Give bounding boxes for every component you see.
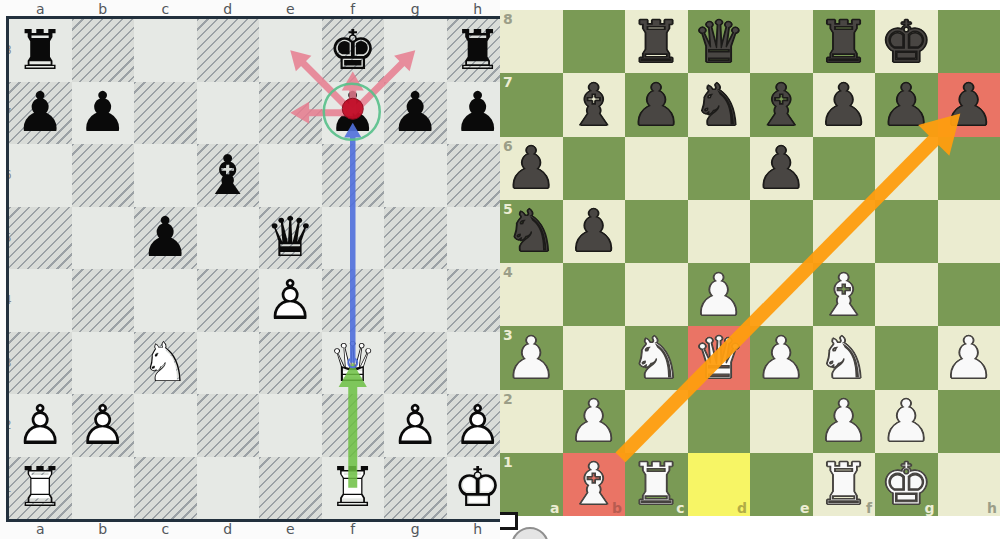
square-f4[interactable] [322,269,385,332]
piece-white-pawn[interactable]: ♟♙ [259,269,322,332]
square-b2[interactable]: ♟ [563,390,626,453]
piece-black-bishop[interactable]: ♝ [197,144,260,207]
piece-white-pawn[interactable]: ♟ [750,326,813,389]
square-h7[interactable]: ♟ [447,82,501,145]
square-f8[interactable]: ♚ [322,19,385,82]
square-f2[interactable]: ♟ [813,390,876,453]
rank-label-3: 3 [9,332,14,395]
square-d3[interactable] [197,332,260,395]
square-a4[interactable]: 4 [500,263,563,326]
square-a1[interactable]: 1a [500,453,563,516]
square-c2[interactable] [134,394,197,457]
piece-white-queen[interactable]: ♛ [688,326,751,389]
piece-white-pawn[interactable]: ♟♙ [72,394,135,457]
square-h5[interactable] [447,207,501,270]
square-b8[interactable] [72,19,135,82]
piece-black-pawn[interactable]: ♟ [9,82,72,145]
square-f4[interactable]: ♝ [813,263,876,326]
square-g3[interactable] [384,332,447,395]
square-c1[interactable]: c♜ [625,453,688,516]
square-g4[interactable] [384,269,447,332]
piece-white-pawn[interactable]: ♟♙ [384,394,447,457]
square-d3[interactable]: ♛ [688,326,751,389]
piece-white-rook[interactable]: ♜ [625,453,688,516]
rank-coordinate-1: 1 [503,454,513,470]
square-b7[interactable]: ♝ [563,73,626,136]
piece-black-rook[interactable]: ♜ [813,10,876,73]
piece-white-bishop[interactable]: ♝ [563,453,626,516]
square-h4[interactable] [938,263,1000,326]
file-label-c: c [134,521,197,538]
square-e6[interactable]: ♟ [750,137,813,200]
square-a6[interactable] [9,144,72,207]
piece-black-pawn[interactable]: ♟ [563,200,626,263]
square-f6[interactable] [322,144,385,207]
square-c2[interactable] [625,390,688,453]
rank-coordinate-4: 4 [503,264,513,280]
piece-white-rook[interactable]: ♜♖ [9,457,72,520]
piece-white-king[interactable]: ♚ [875,453,938,516]
square-c4[interactable] [625,263,688,326]
square-g7[interactable]: ♟ [384,82,447,145]
square-e5[interactable] [750,200,813,263]
rank-label-4: 4 [9,269,14,332]
square-a3[interactable] [9,332,72,395]
square-a8[interactable]: 8 [500,10,563,73]
square-f3[interactable]: ♛♕ [322,332,385,395]
square-d8[interactable]: ♛ [688,10,751,73]
piece-white-pawn[interactable]: ♟ [688,263,751,326]
square-e4[interactable]: ♟♙ [259,269,322,332]
piece-black-pawn[interactable]: ♟ [500,137,563,200]
piece-white-pawn[interactable]: ♟♙ [447,394,501,457]
square-f5[interactable] [813,200,876,263]
square-a2[interactable]: 2 [500,390,563,453]
square-h4[interactable] [447,269,501,332]
piece-white-knight[interactable]: ♞ [625,326,688,389]
square-h6[interactable] [938,137,1000,200]
square-e2[interactable] [259,394,322,457]
piece-black-bishop[interactable]: ♝ [563,73,626,136]
piece-black-pawn[interactable]: ♟ [322,82,385,145]
square-c5[interactable]: ♟ [134,207,197,270]
piece-black-rook[interactable]: ♜ [9,19,72,82]
square-a8[interactable]: ♜ [9,19,72,82]
square-c7[interactable] [134,82,197,145]
square-e5[interactable]: ♛ [259,207,322,270]
right-board-grid: 8♜♛♜♚7♝♟♞♝♟♟♟6♟♟5♞♟4♟♝3♟♞♛♟♞♟2♟♟♟1ab♝c♜d… [500,10,1000,516]
square-b4[interactable] [72,269,135,332]
square-h7[interactable]: ♟ [938,73,1000,136]
square-f5[interactable] [322,207,385,270]
rank-coordinate-8: 8 [503,11,513,27]
square-g1[interactable]: g♚ [875,453,938,516]
rank-coordinate-7: 7 [503,74,513,90]
left-board-file-labels-bottom: abcdefgh [9,521,500,538]
square-g5[interactable] [875,200,938,263]
piece-white-queen[interactable]: ♛♕ [322,332,385,395]
square-c3[interactable]: ♞ [625,326,688,389]
square-d6[interactable]: ♝ [197,144,260,207]
square-a7[interactable]: ♟ [9,82,72,145]
square-b3[interactable] [563,326,626,389]
piece-black-pawn[interactable]: ♟ [750,137,813,200]
square-c4[interactable] [134,269,197,332]
square-d4[interactable]: ♟ [688,263,751,326]
square-d2[interactable] [197,394,260,457]
square-h8[interactable] [938,10,1000,73]
piece-white-pawn[interactable]: ♟ [813,390,876,453]
square-b3[interactable] [72,332,135,395]
right-bottom-margin [500,516,1000,539]
piece-white-rook[interactable]: ♜ [813,453,876,516]
square-e7[interactable] [259,82,322,145]
square-d4[interactable] [197,269,260,332]
piece-black-pawn[interactable]: ♟ [938,73,1000,136]
square-h3[interactable] [447,332,501,395]
square-f8[interactable]: ♜ [813,10,876,73]
piece-white-pawn[interactable]: ♟ [875,390,938,453]
square-e6[interactable] [259,144,322,207]
square-c5[interactable] [625,200,688,263]
square-d5[interactable] [197,207,260,270]
piece-white-knight[interactable]: ♞♘ [134,332,197,395]
piece-white-rook[interactable]: ♜♖ [322,457,385,520]
piece-black-pawn[interactable]: ♟ [134,207,197,270]
square-g8[interactable]: ♚ [875,10,938,73]
left-diagram-panel: abcdefgh ♜♚♜♟♟♟♟♟♝♟♛♟♙♞♘♛♕♟♙♟♙♟♙♟♙♜♖♜♖♚♔… [0,0,500,539]
ui-fragment-bracket [500,512,518,530]
piece-black-knight[interactable]: ♞ [688,73,751,136]
square-a7[interactable]: 7 [500,73,563,136]
piece-black-queen[interactable]: ♛ [688,10,751,73]
square-g7[interactable]: ♟ [875,73,938,136]
file-label-a: a [9,521,72,538]
piece-white-pawn[interactable]: ♟ [500,326,563,389]
square-f3[interactable]: ♞ [813,326,876,389]
piece-black-king[interactable]: ♚ [875,10,938,73]
square-d1[interactable]: d [688,453,751,516]
piece-black-pawn[interactable]: ♟ [72,82,135,145]
piece-black-pawn[interactable]: ♟ [813,73,876,136]
square-e8[interactable] [750,10,813,73]
square-g8[interactable] [384,19,447,82]
square-b1[interactable] [72,457,135,520]
right-chesscom-panel: 8♜♛♜♚7♝♟♞♝♟♟♟6♟♟5♞♟4♟♝3♟♞♛♟♞♟2♟♟♟1ab♝c♜d… [500,0,1000,539]
square-f1[interactable]: ♜♖ [322,457,385,520]
piece-white-pawn[interactable]: ♟ [938,326,1000,389]
square-h5[interactable] [938,200,1000,263]
square-e4[interactable] [750,263,813,326]
file-label-b: b [72,521,135,538]
square-e1[interactable]: e [750,453,813,516]
piece-white-king[interactable]: ♚♔ [447,457,501,520]
square-e7[interactable]: ♝ [750,73,813,136]
square-h8[interactable]: ♜ [447,19,501,82]
square-g6[interactable] [875,137,938,200]
piece-black-pawn[interactable]: ♟ [384,82,447,145]
square-e3[interactable]: ♟ [750,326,813,389]
file-label-f: f [322,521,385,538]
square-e8[interactable] [259,19,322,82]
square-a1[interactable]: ♜♖ [9,457,72,520]
square-c6[interactable] [134,144,197,207]
square-a3[interactable]: 3♟ [500,326,563,389]
square-b6[interactable] [72,144,135,207]
square-f1[interactable]: f♜ [813,453,876,516]
square-f6[interactable] [813,137,876,200]
file-coordinate-d: d [737,500,747,516]
square-e1[interactable] [259,457,322,520]
left-board-grid: ♜♚♜♟♟♟♟♟♝♟♛♟♙♞♘♛♕♟♙♟♙♟♙♟♙♜♖♜♖♚♔ [9,19,500,519]
square-h1[interactable]: ♚♔ [447,457,501,520]
file-label-e: e [259,521,322,538]
rank-label-6: 6 [9,144,14,207]
file-label-d: d [197,521,260,538]
square-g4[interactable] [875,263,938,326]
square-c6[interactable] [625,137,688,200]
piece-white-pawn[interactable]: ♟ [563,390,626,453]
square-b4[interactable] [563,263,626,326]
square-h6[interactable] [447,144,501,207]
square-d6[interactable] [688,137,751,200]
rank-label-5: 5 [9,207,14,270]
piece-black-rook[interactable]: ♜ [625,10,688,73]
square-b8[interactable] [563,10,626,73]
square-g2[interactable]: ♟ [875,390,938,453]
square-a4[interactable] [9,269,72,332]
square-d8[interactable] [197,19,260,82]
square-f7[interactable]: ♟ [322,82,385,145]
piece-white-bishop[interactable]: ♝ [813,263,876,326]
square-d1[interactable] [197,457,260,520]
left-board: ♜♚♜♟♟♟♟♟♝♟♛♟♙♞♘♛♕♟♙♟♙♟♙♟♙♜♖♜♖♚♔ 87654321 [6,16,500,522]
square-e2[interactable] [750,390,813,453]
square-g6[interactable] [384,144,447,207]
piece-black-bishop[interactable]: ♝ [750,73,813,136]
square-h2[interactable] [938,390,1000,453]
square-h1[interactable]: h [938,453,1000,516]
square-b5[interactable]: ♟ [563,200,626,263]
square-b7[interactable]: ♟ [72,82,135,145]
square-b1[interactable]: b♝ [563,453,626,516]
square-b6[interactable] [563,137,626,200]
square-d2[interactable] [688,390,751,453]
piece-black-pawn[interactable]: ♟ [875,73,938,136]
piece-black-knight[interactable]: ♞ [500,200,563,263]
file-label-g: g [384,521,447,538]
square-f2[interactable] [322,394,385,457]
square-g3[interactable] [875,326,938,389]
piece-black-pawn[interactable]: ♟ [625,73,688,136]
square-a5[interactable]: 5♞ [500,200,563,263]
square-e3[interactable] [259,332,322,395]
square-g1[interactable] [384,457,447,520]
piece-black-king[interactable]: ♚ [322,19,385,82]
screenshot-root: abcdefgh ♜♚♜♟♟♟♟♟♝♟♛♟♙♞♘♛♕♟♙♟♙♟♙♟♙♜♖♜♖♚♔… [0,0,1000,539]
square-g5[interactable] [384,207,447,270]
square-f7[interactable]: ♟ [813,73,876,136]
file-coordinate-a: a [550,500,559,516]
square-c8[interactable] [134,19,197,82]
square-a5[interactable] [9,207,72,270]
square-c7[interactable]: ♟ [625,73,688,136]
file-coordinate-h: h [987,500,997,516]
square-d7[interactable] [197,82,260,145]
piece-white-pawn[interactable]: ♟♙ [9,394,72,457]
square-a2[interactable]: ♟♙ [9,394,72,457]
piece-black-rook[interactable]: ♜ [447,19,501,82]
square-d7[interactable]: ♞ [688,73,751,136]
square-g2[interactable]: ♟♙ [384,394,447,457]
file-coordinate-e: e [800,500,810,516]
piece-white-knight[interactable]: ♞ [813,326,876,389]
square-a6[interactable]: 6♟ [500,137,563,200]
square-d5[interactable] [688,200,751,263]
file-label-h: h [447,521,501,538]
square-b5[interactable] [72,207,135,270]
rank-coordinate-2: 2 [503,391,513,407]
square-h3[interactable]: ♟ [938,326,1000,389]
square-h2[interactable]: ♟♙ [447,394,501,457]
square-c8[interactable]: ♜ [625,10,688,73]
square-c3[interactable]: ♞♘ [134,332,197,395]
piece-black-queen[interactable]: ♛ [259,207,322,270]
square-c1[interactable] [134,457,197,520]
piece-black-pawn[interactable]: ♟ [447,82,501,145]
square-b2[interactable]: ♟♙ [72,394,135,457]
